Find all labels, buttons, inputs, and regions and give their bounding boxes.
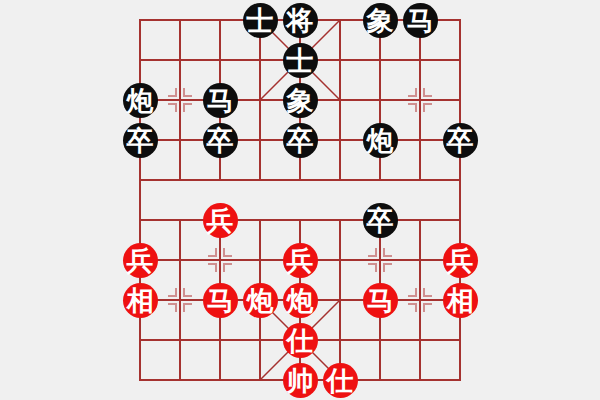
- piece-black-pawn[interactable]: 卒: [123, 123, 158, 158]
- piece-red-general[interactable]: 帅: [283, 363, 318, 398]
- piece-red-cannon[interactable]: 炮: [283, 283, 318, 318]
- piece-black-pawn[interactable]: 卒: [203, 123, 238, 158]
- piece-red-cannon[interactable]: 炮: [243, 283, 278, 318]
- piece-red-pawn[interactable]: 兵: [283, 243, 318, 278]
- piece-black-advisor[interactable]: 士: [243, 3, 278, 38]
- piece-black-pawn[interactable]: 卒: [363, 203, 398, 238]
- piece-red-pawn[interactable]: 兵: [203, 203, 238, 238]
- piece-red-advisor[interactable]: 仕: [323, 363, 358, 398]
- pieces-grid: 士将象马士炮马象卒卒卒炮卒卒兵兵兵兵相马炮炮马相仕帅仕: [120, 0, 480, 400]
- piece-red-horse[interactable]: 马: [363, 283, 398, 318]
- piece-red-pawn[interactable]: 兵: [123, 243, 158, 278]
- piece-black-cannon[interactable]: 炮: [363, 123, 398, 158]
- piece-red-advisor[interactable]: 仕: [283, 323, 318, 358]
- piece-black-advisor[interactable]: 士: [283, 43, 318, 78]
- piece-black-pawn[interactable]: 卒: [283, 123, 318, 158]
- piece-black-horse[interactable]: 马: [403, 3, 438, 38]
- piece-black-cannon[interactable]: 炮: [123, 83, 158, 118]
- piece-black-elephant[interactable]: 象: [363, 3, 398, 38]
- piece-red-horse[interactable]: 马: [203, 283, 238, 318]
- piece-black-pawn[interactable]: 卒: [443, 123, 478, 158]
- piece-black-elephant[interactable]: 象: [283, 83, 318, 118]
- piece-red-elephant[interactable]: 相: [443, 283, 478, 318]
- piece-red-pawn[interactable]: 兵: [443, 243, 478, 278]
- piece-red-elephant[interactable]: 相: [123, 283, 158, 318]
- piece-black-general[interactable]: 将: [283, 3, 318, 38]
- piece-black-horse[interactable]: 马: [203, 83, 238, 118]
- xiangqi-board[interactable]: 士将象马士炮马象卒卒卒炮卒卒兵兵兵兵相马炮炮马相仕帅仕: [0, 0, 600, 400]
